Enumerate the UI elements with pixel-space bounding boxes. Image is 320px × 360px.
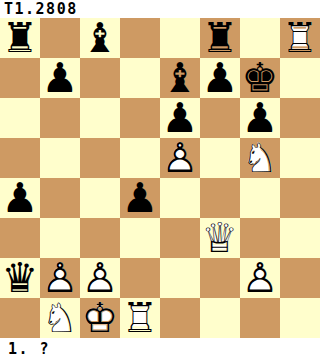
square-f6[interactable]	[200, 98, 240, 138]
square-d1[interactable]: ♜	[120, 298, 160, 338]
move-prompt: 1. ?	[8, 340, 50, 358]
square-a3[interactable]	[0, 218, 40, 258]
white-knight: ♞	[240, 138, 280, 178]
square-e4[interactable]	[160, 178, 200, 218]
square-f1[interactable]	[200, 298, 240, 338]
square-d4[interactable]: ♟	[120, 178, 160, 218]
square-c1[interactable]: ♚	[80, 298, 120, 338]
square-f3[interactable]: ♛	[200, 218, 240, 258]
square-b7[interactable]: ♟	[40, 58, 80, 98]
square-g1[interactable]	[240, 298, 280, 338]
square-h7[interactable]	[280, 58, 320, 98]
square-d5[interactable]	[120, 138, 160, 178]
puzzle-window: { "game": "chess", "app": { "puzzle_id":…	[0, 0, 320, 360]
square-h2[interactable]	[280, 258, 320, 298]
square-d8[interactable]	[120, 18, 160, 58]
square-h6[interactable]	[280, 98, 320, 138]
square-e2[interactable]	[160, 258, 200, 298]
black-king: ♚	[240, 58, 280, 98]
white-rook: ♜	[280, 18, 320, 58]
square-d2[interactable]	[120, 258, 160, 298]
square-c6[interactable]	[80, 98, 120, 138]
black-pawn: ♟	[40, 58, 80, 98]
black-rook: ♜	[200, 18, 240, 58]
square-e1[interactable]	[160, 298, 200, 338]
square-a7[interactable]	[0, 58, 40, 98]
white-queen: ♛	[200, 218, 240, 258]
square-g4[interactable]	[240, 178, 280, 218]
square-h8[interactable]: ♜	[280, 18, 320, 58]
square-c7[interactable]	[80, 58, 120, 98]
square-a2[interactable]: ♛	[0, 258, 40, 298]
square-a8[interactable]: ♜	[0, 18, 40, 58]
black-pawn: ♟	[240, 98, 280, 138]
square-d6[interactable]	[120, 98, 160, 138]
square-b8[interactable]	[40, 18, 80, 58]
square-d7[interactable]	[120, 58, 160, 98]
square-g7[interactable]: ♚	[240, 58, 280, 98]
square-e6[interactable]: ♟	[160, 98, 200, 138]
square-c5[interactable]	[80, 138, 120, 178]
square-e8[interactable]	[160, 18, 200, 58]
black-pawn: ♟	[120, 178, 160, 218]
square-h1[interactable]	[280, 298, 320, 338]
square-g2[interactable]: ♟	[240, 258, 280, 298]
square-b2[interactable]: ♟	[40, 258, 80, 298]
square-a6[interactable]	[0, 98, 40, 138]
square-c4[interactable]	[80, 178, 120, 218]
white-pawn: ♟	[160, 138, 200, 178]
square-c3[interactable]	[80, 218, 120, 258]
square-e5[interactable]: ♟	[160, 138, 200, 178]
square-a4[interactable]: ♟	[0, 178, 40, 218]
white-king: ♚	[80, 298, 120, 338]
black-rook: ♜	[0, 18, 40, 58]
square-a5[interactable]	[0, 138, 40, 178]
black-pawn: ♟	[200, 58, 240, 98]
white-pawn: ♟	[40, 258, 80, 298]
square-e7[interactable]: ♝	[160, 58, 200, 98]
square-b6[interactable]	[40, 98, 80, 138]
square-h4[interactable]	[280, 178, 320, 218]
white-knight: ♞	[40, 298, 80, 338]
square-c2[interactable]: ♟	[80, 258, 120, 298]
square-b5[interactable]	[40, 138, 80, 178]
black-bishop: ♝	[160, 58, 200, 98]
black-bishop: ♝	[80, 18, 120, 58]
square-g8[interactable]	[240, 18, 280, 58]
black-pawn: ♟	[0, 178, 40, 218]
square-f5[interactable]	[200, 138, 240, 178]
square-b4[interactable]	[40, 178, 80, 218]
white-rook: ♜	[120, 298, 160, 338]
square-b3[interactable]	[40, 218, 80, 258]
black-queen: ♛	[0, 258, 40, 298]
square-f7[interactable]: ♟	[200, 58, 240, 98]
black-pawn: ♟	[160, 98, 200, 138]
square-h5[interactable]	[280, 138, 320, 178]
square-f4[interactable]	[200, 178, 240, 218]
square-g3[interactable]	[240, 218, 280, 258]
square-c8[interactable]: ♝	[80, 18, 120, 58]
square-b1[interactable]: ♞	[40, 298, 80, 338]
square-a1[interactable]	[0, 298, 40, 338]
white-pawn: ♟	[80, 258, 120, 298]
square-h3[interactable]	[280, 218, 320, 258]
square-d3[interactable]	[120, 218, 160, 258]
square-f8[interactable]: ♜	[200, 18, 240, 58]
white-pawn: ♟	[240, 258, 280, 298]
square-g6[interactable]: ♟	[240, 98, 280, 138]
square-f2[interactable]	[200, 258, 240, 298]
square-e3[interactable]	[160, 218, 200, 258]
chess-board: ♜♝♜♜♟♝♟♚♟♟♟♞♟♟♛♛♟♟♟♞♚♜	[0, 18, 320, 338]
square-g5[interactable]: ♞	[240, 138, 280, 178]
